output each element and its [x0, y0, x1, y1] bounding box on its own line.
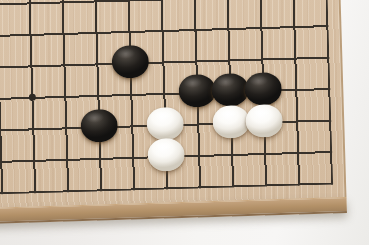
black-stone-glyph	[178, 74, 216, 108]
black-stone-glyph	[211, 73, 249, 107]
go-board	[0, 0, 345, 231]
white-stone[interactable]	[247, 106, 281, 138]
black-stone-glyph	[244, 72, 282, 106]
white-stone-glyph	[146, 107, 184, 141]
black-stone[interactable]	[246, 75, 280, 107]
white-stone-glyph	[245, 104, 283, 138]
white-stone[interactable]	[149, 140, 183, 172]
black-stone[interactable]	[82, 111, 116, 143]
white-stone-glyph	[212, 105, 250, 139]
white-stone-glyph	[147, 138, 185, 172]
white-stone[interactable]	[148, 109, 182, 141]
white-stone[interactable]	[214, 107, 248, 139]
black-stone[interactable]	[213, 76, 247, 108]
hoshi-point	[15, 81, 49, 113]
hoshi-dot	[28, 94, 35, 101]
black-stone-glyph	[80, 108, 118, 142]
black-stone[interactable]	[180, 77, 214, 109]
photo-backdrop	[0, 0, 369, 245]
black-stone-glyph	[111, 45, 149, 79]
black-stone[interactable]	[113, 47, 147, 79]
board-wood-surface	[0, 0, 346, 216]
board-grid[interactable]	[0, 0, 349, 217]
